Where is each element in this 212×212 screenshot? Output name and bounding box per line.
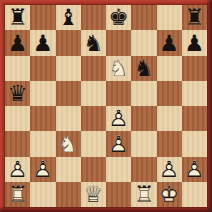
square-h8[interactable]: ♜ — [182, 5, 207, 30]
square-b7[interactable]: ♟ — [30, 30, 55, 55]
square-d1[interactable]: ♛♕ — [81, 182, 106, 207]
square-f5[interactable] — [131, 81, 156, 106]
white-pawn-a2-outline: ♙ — [5, 157, 30, 182]
square-h4[interactable] — [182, 106, 207, 131]
white-pawn-e4: ♟ — [106, 106, 131, 131]
square-h6[interactable] — [182, 56, 207, 81]
square-g3[interactable] — [157, 131, 182, 156]
black-pawn-g7: ♟ — [157, 30, 182, 55]
square-b5[interactable] — [30, 81, 55, 106]
square-a3[interactable] — [5, 131, 30, 156]
square-a1[interactable]: ♜♖ — [5, 182, 30, 207]
square-f7[interactable] — [131, 30, 156, 55]
white-rook-a1-outline: ♖ — [5, 182, 30, 207]
black-pawn-b7: ♟ — [30, 30, 55, 55]
square-h5[interactable] — [182, 81, 207, 106]
square-a4[interactable] — [5, 106, 30, 131]
white-rook-f1-outline: ♖ — [131, 182, 156, 207]
black-king-e8: ♚ — [106, 5, 131, 30]
white-pawn-a2: ♟ — [5, 157, 30, 182]
board-frame: ♜♝♚♜♟♟♞♟♟♞♘♞♛♟♙♞♘♟♙♟♙♟♙♟♙♟♙♜♖♛♕♜♖♚♔ — [0, 0, 212, 212]
black-pawn-a7: ♟ — [5, 30, 30, 55]
white-pawn-e3: ♟ — [106, 131, 131, 156]
white-queen-d1: ♛ — [81, 182, 106, 207]
square-g1[interactable]: ♚♔ — [157, 182, 182, 207]
white-pawn-b2-outline: ♙ — [30, 157, 55, 182]
white-pawn-e4-outline: ♙ — [106, 106, 131, 131]
square-c7[interactable] — [56, 30, 81, 55]
black-bishop-c8: ♝ — [56, 5, 81, 30]
square-g2[interactable]: ♟♙ — [157, 157, 182, 182]
white-king-g1-outline: ♔ — [157, 182, 182, 207]
white-pawn-h2: ♟ — [182, 157, 207, 182]
square-g6[interactable] — [157, 56, 182, 81]
square-g7[interactable]: ♟ — [157, 30, 182, 55]
square-h3[interactable] — [182, 131, 207, 156]
square-e6[interactable]: ♞♘ — [106, 56, 131, 81]
square-c8[interactable]: ♝ — [56, 5, 81, 30]
square-a5[interactable]: ♛ — [5, 81, 30, 106]
black-rook-h8: ♜ — [182, 5, 207, 30]
square-f3[interactable] — [131, 131, 156, 156]
white-queen-d1-outline: ♕ — [81, 182, 106, 207]
square-a8[interactable]: ♜ — [5, 5, 30, 30]
square-f6[interactable]: ♞ — [131, 56, 156, 81]
black-knight-f6: ♞ — [131, 56, 156, 81]
square-b8[interactable] — [30, 5, 55, 30]
square-c3[interactable]: ♞♘ — [56, 131, 81, 156]
square-d8[interactable] — [81, 5, 106, 30]
square-a6[interactable] — [5, 56, 30, 81]
square-d2[interactable] — [81, 157, 106, 182]
square-e4[interactable]: ♟♙ — [106, 106, 131, 131]
square-e5[interactable] — [106, 81, 131, 106]
square-h2[interactable]: ♟♙ — [182, 157, 207, 182]
white-pawn-g2: ♟ — [157, 157, 182, 182]
square-c5[interactable] — [56, 81, 81, 106]
square-f4[interactable] — [131, 106, 156, 131]
square-b6[interactable] — [30, 56, 55, 81]
white-pawn-h2-outline: ♙ — [182, 157, 207, 182]
square-b1[interactable] — [30, 182, 55, 207]
white-knight-e6: ♞ — [106, 56, 131, 81]
square-d6[interactable] — [81, 56, 106, 81]
square-d4[interactable] — [81, 106, 106, 131]
white-knight-e6-outline: ♘ — [106, 56, 131, 81]
square-f8[interactable] — [131, 5, 156, 30]
square-g5[interactable] — [157, 81, 182, 106]
white-knight-c3-outline: ♘ — [56, 131, 81, 156]
black-queen-a5: ♛ — [5, 81, 30, 106]
white-pawn-e3-outline: ♙ — [106, 131, 131, 156]
square-a2[interactable]: ♟♙ — [5, 157, 30, 182]
square-f2[interactable] — [131, 157, 156, 182]
white-pawn-g2-outline: ♙ — [157, 157, 182, 182]
square-g4[interactable] — [157, 106, 182, 131]
square-d3[interactable] — [81, 131, 106, 156]
square-h1[interactable] — [182, 182, 207, 207]
square-e7[interactable] — [106, 30, 131, 55]
square-b2[interactable]: ♟♙ — [30, 157, 55, 182]
white-knight-c3: ♞ — [56, 131, 81, 156]
square-f1[interactable]: ♜♖ — [131, 182, 156, 207]
chess-board: ♜♝♚♜♟♟♞♟♟♞♘♞♛♟♙♞♘♟♙♟♙♟♙♟♙♟♙♜♖♛♕♜♖♚♔ — [5, 5, 207, 207]
square-c2[interactable] — [56, 157, 81, 182]
white-pawn-b2: ♟ — [30, 157, 55, 182]
white-rook-f1: ♜ — [131, 182, 156, 207]
white-king-g1: ♚ — [157, 182, 182, 207]
square-e3[interactable]: ♟♙ — [106, 131, 131, 156]
square-d7[interactable]: ♞ — [81, 30, 106, 55]
square-c4[interactable] — [56, 106, 81, 131]
square-e1[interactable] — [106, 182, 131, 207]
square-b3[interactable] — [30, 131, 55, 156]
square-g8[interactable] — [157, 5, 182, 30]
white-rook-a1: ♜ — [5, 182, 30, 207]
black-rook-a8: ♜ — [5, 5, 30, 30]
square-h7[interactable]: ♟ — [182, 30, 207, 55]
square-c1[interactable] — [56, 182, 81, 207]
black-knight-d7: ♞ — [81, 30, 106, 55]
square-e8[interactable]: ♚ — [106, 5, 131, 30]
square-c6[interactable] — [56, 56, 81, 81]
square-a7[interactable]: ♟ — [5, 30, 30, 55]
square-d5[interactable] — [81, 81, 106, 106]
square-b4[interactable] — [30, 106, 55, 131]
square-e2[interactable] — [106, 157, 131, 182]
black-pawn-h7: ♟ — [182, 30, 207, 55]
